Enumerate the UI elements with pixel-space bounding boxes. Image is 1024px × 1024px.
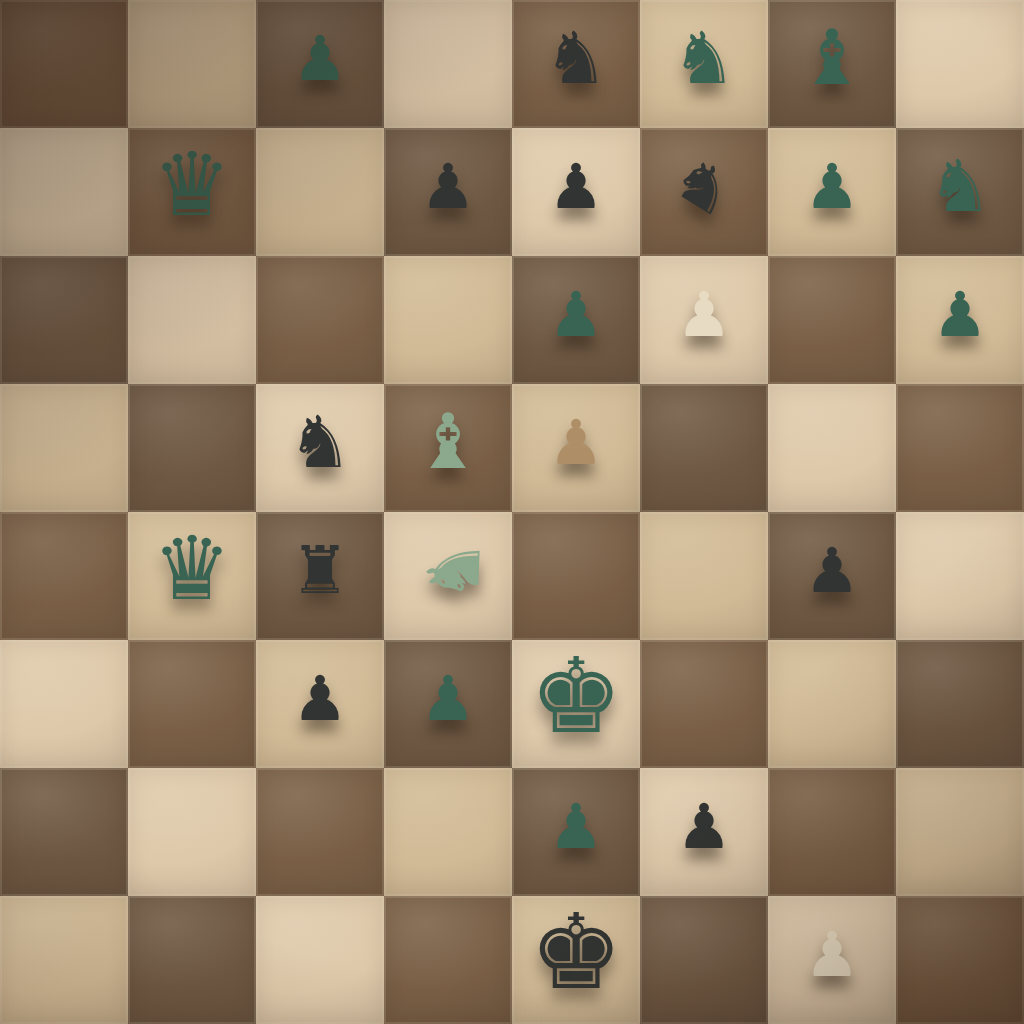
square-d2[interactable] xyxy=(384,768,512,896)
piece-green-knight-h7[interactable]: ♞ xyxy=(928,150,993,222)
square-c1[interactable] xyxy=(256,896,384,1024)
pawn-icon: ♟ xyxy=(932,284,988,346)
square-f1[interactable] xyxy=(640,896,768,1024)
bishop-icon: ♝ xyxy=(798,20,866,96)
pawn-icon: ♟ xyxy=(292,668,348,730)
square-c7[interactable] xyxy=(256,128,384,256)
chessboard-photo: ♟♞♞♝♛♟♟♞♟♞♟♟♟♞♝♟♛♜♞♟♟♟♚♟♟♚♟ xyxy=(0,0,1024,1024)
pawn-icon: ♟ xyxy=(676,796,732,858)
square-b1[interactable] xyxy=(128,896,256,1024)
square-h1[interactable] xyxy=(896,896,1024,1024)
knight-icon: ♞ xyxy=(661,144,747,228)
square-h2[interactable] xyxy=(896,768,1024,896)
king-icon: ♚ xyxy=(529,900,622,1004)
square-h4[interactable] xyxy=(896,512,1024,640)
square-a3[interactable] xyxy=(0,640,128,768)
piece-green-pawn-e2[interactable]: ♟ xyxy=(548,796,604,858)
piece-black-pawn-g4[interactable]: ♟ xyxy=(804,540,860,602)
square-c6[interactable] xyxy=(256,256,384,384)
pawn-icon: ♟ xyxy=(548,156,604,218)
knight-icon: ♞ xyxy=(928,150,993,222)
square-f4[interactable] xyxy=(640,512,768,640)
piece-black-pawn-c3[interactable]: ♟ xyxy=(292,668,348,730)
square-c2[interactable] xyxy=(256,768,384,896)
square-b3[interactable] xyxy=(128,640,256,768)
piece-sage-bishop-d5[interactable]: ♝ xyxy=(414,404,482,480)
square-a7[interactable] xyxy=(0,128,128,256)
square-h5[interactable] xyxy=(896,384,1024,512)
square-b6[interactable] xyxy=(128,256,256,384)
square-g2[interactable] xyxy=(768,768,896,896)
square-d6[interactable] xyxy=(384,256,512,384)
piece-green-knight-f8[interactable]: ♞ xyxy=(672,22,737,94)
piece-green-pawn-g7[interactable]: ♟ xyxy=(804,156,860,218)
pawn-icon: ♟ xyxy=(548,284,604,346)
square-b2[interactable] xyxy=(128,768,256,896)
piece-cream-pawn-g1[interactable]: ♟ xyxy=(804,924,860,986)
bishop-icon: ♝ xyxy=(414,404,482,480)
piece-black-king-e1[interactable]: ♚ xyxy=(529,900,622,1004)
square-h8[interactable] xyxy=(896,0,1024,128)
square-a8[interactable] xyxy=(0,0,128,128)
pawn-icon: ♟ xyxy=(548,796,604,858)
piece-black-knight-c5[interactable]: ♞ xyxy=(288,406,353,478)
piece-green-bishop-g8[interactable]: ♝ xyxy=(798,20,866,96)
square-f3[interactable] xyxy=(640,640,768,768)
square-g3[interactable] xyxy=(768,640,896,768)
knight-icon: ♞ xyxy=(544,22,609,94)
square-d8[interactable] xyxy=(384,0,512,128)
piece-black-pawn-f2[interactable]: ♟ xyxy=(676,796,732,858)
piece-black-knight-e8[interactable]: ♞ xyxy=(544,22,609,94)
piece-sage-knight-d4[interactable]: ♞ xyxy=(416,534,481,606)
pawn-icon: ♟ xyxy=(420,156,476,218)
piece-black-pawn-e7[interactable]: ♟ xyxy=(548,156,604,218)
piece-black-pawn-d7[interactable]: ♟ xyxy=(420,156,476,218)
piece-black-knight-f7[interactable]: ♞ xyxy=(672,150,737,222)
knight-icon: ♞ xyxy=(672,22,737,94)
square-a1[interactable] xyxy=(0,896,128,1024)
pawn-icon: ♟ xyxy=(292,28,348,90)
piece-cream-pawn-f6[interactable]: ♟ xyxy=(676,284,732,346)
pawn-icon: ♟ xyxy=(804,540,860,602)
queen-icon: ♛ xyxy=(153,141,232,229)
pawn-icon: ♟ xyxy=(676,284,732,346)
pawn-icon: ♟ xyxy=(420,668,476,730)
square-g5[interactable] xyxy=(768,384,896,512)
king-icon: ♚ xyxy=(529,644,622,748)
knight-icon: ♞ xyxy=(288,406,353,478)
pawn-icon: ♟ xyxy=(804,924,860,986)
queen-icon: ♛ xyxy=(153,525,232,613)
piece-green-queen-b4[interactable]: ♛ xyxy=(153,525,232,613)
square-g6[interactable] xyxy=(768,256,896,384)
square-e4[interactable] xyxy=(512,512,640,640)
rook-icon: ♜ xyxy=(290,538,349,604)
square-a2[interactable] xyxy=(0,768,128,896)
square-a6[interactable] xyxy=(0,256,128,384)
piece-green-pawn-d3[interactable]: ♟ xyxy=(420,668,476,730)
piece-black-rook-c4[interactable]: ♜ xyxy=(290,538,349,604)
piece-green-pawn-c8[interactable]: ♟ xyxy=(292,28,348,90)
square-h3[interactable] xyxy=(896,640,1024,768)
piece-green-queen-b7[interactable]: ♛ xyxy=(153,141,232,229)
square-d1[interactable] xyxy=(384,896,512,1024)
square-f5[interactable] xyxy=(640,384,768,512)
piece-green-pawn-e6[interactable]: ♟ xyxy=(548,284,604,346)
pawn-icon: ♟ xyxy=(804,156,860,218)
knight-icon: ♞ xyxy=(417,537,491,604)
piece-green-pawn-h6[interactable]: ♟ xyxy=(932,284,988,346)
square-a4[interactable] xyxy=(0,512,128,640)
square-b5[interactable] xyxy=(128,384,256,512)
piece-tan-pawn-e5[interactable]: ♟ xyxy=(548,412,604,474)
square-b8[interactable] xyxy=(128,0,256,128)
pawn-icon: ♟ xyxy=(548,412,604,474)
square-a5[interactable] xyxy=(0,384,128,512)
piece-green-king-e3[interactable]: ♚ xyxy=(529,644,622,748)
